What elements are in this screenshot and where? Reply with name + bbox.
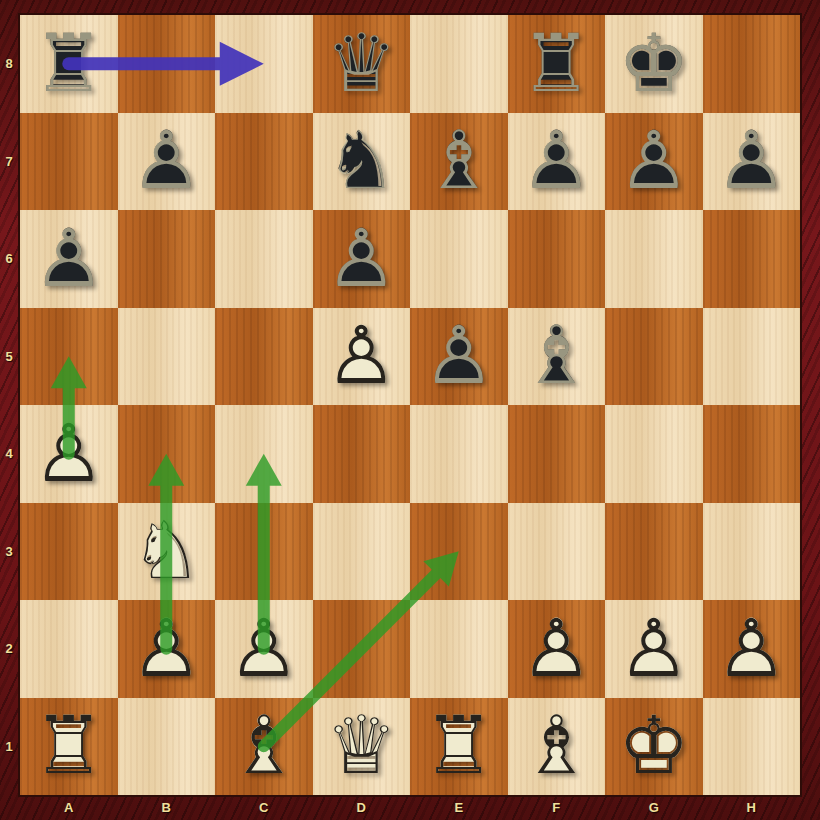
piece-black-queen[interactable]: ♛♕	[318, 21, 404, 107]
piece-white-bishop[interactable]: ♝♗	[513, 703, 599, 789]
piece-black-pawn[interactable]: ♟♙	[123, 118, 209, 204]
file-label-d: D	[313, 798, 411, 820]
piece-black-pawn[interactable]: ♟♙	[611, 118, 697, 204]
square-b3[interactable]: ♞♘	[118, 503, 216, 601]
square-b6[interactable]	[118, 210, 216, 308]
piece-glyph-outline: ♔	[611, 703, 697, 789]
square-g4[interactable]	[605, 405, 703, 503]
rank-label-5: 5	[0, 308, 18, 406]
square-f3[interactable]	[508, 503, 606, 601]
square-f2[interactable]: ♟♙	[508, 600, 606, 698]
chess-board[interactable]: ♜♖♛♕♜♖♚♔♟♙♞♘♝♗♟♙♟♙♟♙♟♙♟♙♟♙♟♙♝♗♟♙♞♘♟♙♟♙♟♙…	[18, 13, 802, 797]
square-c6[interactable]	[215, 210, 313, 308]
square-e5[interactable]: ♟♙	[410, 308, 508, 406]
square-h1[interactable]	[703, 698, 801, 796]
piece-white-pawn[interactable]: ♟♙	[123, 606, 209, 692]
square-c5[interactable]	[215, 308, 313, 406]
piece-white-bishop[interactable]: ♝♗	[221, 703, 307, 789]
rank-label-8: 8	[0, 15, 18, 113]
piece-glyph-outline: ♔	[611, 21, 697, 107]
square-b8[interactable]	[118, 15, 216, 113]
piece-glyph-outline: ♗	[513, 703, 599, 789]
piece-glyph-outline: ♙	[611, 606, 697, 692]
piece-black-rook[interactable]: ♜♖	[26, 21, 112, 107]
piece-glyph-outline: ♘	[123, 508, 209, 594]
rank-label-4: 4	[0, 405, 18, 503]
piece-black-pawn[interactable]: ♟♙	[513, 118, 599, 204]
square-f1[interactable]: ♝♗	[508, 698, 606, 796]
square-b2[interactable]: ♟♙	[118, 600, 216, 698]
square-e3[interactable]	[410, 503, 508, 601]
square-b5[interactable]	[118, 308, 216, 406]
rank-labels: 87654321	[0, 15, 18, 795]
piece-glyph-outline: ♙	[221, 606, 307, 692]
square-h8[interactable]	[703, 15, 801, 113]
piece-black-pawn[interactable]: ♟♙	[318, 216, 404, 302]
piece-white-pawn[interactable]: ♟♙	[318, 313, 404, 399]
square-a3[interactable]	[20, 503, 118, 601]
square-g7[interactable]: ♟♙	[605, 113, 703, 211]
square-f6[interactable]	[508, 210, 606, 308]
piece-glyph-outline: ♙	[26, 411, 112, 497]
file-label-g: G	[605, 798, 703, 820]
square-h7[interactable]: ♟♙	[703, 113, 801, 211]
piece-glyph-outline: ♙	[26, 216, 112, 302]
square-b7[interactable]: ♟♙	[118, 113, 216, 211]
square-c7[interactable]	[215, 113, 313, 211]
piece-glyph-outline: ♙	[416, 313, 502, 399]
square-f7[interactable]: ♟♙	[508, 113, 606, 211]
piece-glyph-outline: ♘	[318, 118, 404, 204]
piece-black-knight[interactable]: ♞♘	[318, 118, 404, 204]
piece-black-king[interactable]: ♚♔	[611, 21, 697, 107]
square-a2[interactable]	[20, 600, 118, 698]
square-f8[interactable]: ♜♖	[508, 15, 606, 113]
file-label-a: A	[20, 798, 118, 820]
square-d3[interactable]	[313, 503, 411, 601]
square-e4[interactable]	[410, 405, 508, 503]
square-h4[interactable]	[703, 405, 801, 503]
piece-black-pawn[interactable]: ♟♙	[26, 216, 112, 302]
square-e7[interactable]: ♝♗	[410, 113, 508, 211]
square-d2[interactable]	[313, 600, 411, 698]
piece-glyph-outline: ♗	[221, 703, 307, 789]
piece-white-pawn[interactable]: ♟♙	[26, 411, 112, 497]
rank-label-6: 6	[0, 210, 18, 308]
square-a7[interactable]	[20, 113, 118, 211]
piece-black-rook[interactable]: ♜♖	[513, 21, 599, 107]
square-c3[interactable]	[215, 503, 313, 601]
piece-white-knight[interactable]: ♞♘	[123, 508, 209, 594]
square-d7[interactable]: ♞♘	[313, 113, 411, 211]
rank-label-1: 1	[0, 698, 18, 796]
square-d6[interactable]: ♟♙	[313, 210, 411, 308]
square-g3[interactable]	[605, 503, 703, 601]
file-label-c: C	[215, 798, 313, 820]
piece-glyph-outline: ♙	[318, 313, 404, 399]
piece-black-bishop[interactable]: ♝♗	[416, 118, 502, 204]
file-label-f: F	[508, 798, 606, 820]
piece-black-bishop[interactable]: ♝♗	[513, 313, 599, 399]
square-b1[interactable]	[118, 698, 216, 796]
square-g8[interactable]: ♚♔	[605, 15, 703, 113]
piece-glyph-outline: ♙	[513, 118, 599, 204]
square-d4[interactable]	[313, 405, 411, 503]
piece-glyph-outline: ♙	[123, 606, 209, 692]
file-label-e: E	[410, 798, 508, 820]
piece-glyph-outline: ♖	[513, 21, 599, 107]
piece-glyph-outline: ♖	[26, 21, 112, 107]
square-f4[interactable]	[508, 405, 606, 503]
piece-white-pawn[interactable]: ♟♙	[611, 606, 697, 692]
square-g2[interactable]: ♟♙	[605, 600, 703, 698]
square-e1[interactable]: ♜♖	[410, 698, 508, 796]
file-labels: ABCDEFGH	[20, 798, 800, 820]
square-h5[interactable]	[703, 308, 801, 406]
file-label-h: H	[703, 798, 801, 820]
piece-glyph-outline: ♗	[513, 313, 599, 399]
piece-black-pawn[interactable]: ♟♙	[416, 313, 502, 399]
piece-white-queen[interactable]: ♛♕	[318, 703, 404, 789]
square-f5[interactable]: ♝♗	[508, 308, 606, 406]
square-a8[interactable]: ♜♖	[20, 15, 118, 113]
chess-board-frame: 87654321 ABCDEFGH ♜♖♛♕♜♖♚♔♟♙♞♘♝♗♟♙♟♙♟♙♟♙…	[0, 0, 820, 820]
rank-label-3: 3	[0, 503, 18, 601]
square-d1[interactable]: ♛♕	[313, 698, 411, 796]
square-h3[interactable]	[703, 503, 801, 601]
piece-glyph-outline: ♕	[318, 703, 404, 789]
piece-glyph-outline: ♖	[26, 703, 112, 789]
square-h6[interactable]	[703, 210, 801, 308]
square-c1[interactable]: ♝♗	[215, 698, 313, 796]
piece-white-pawn[interactable]: ♟♙	[513, 606, 599, 692]
square-h2[interactable]: ♟♙	[703, 600, 801, 698]
piece-white-rook[interactable]: ♜♖	[26, 703, 112, 789]
square-c2[interactable]: ♟♙	[215, 600, 313, 698]
piece-glyph-outline: ♖	[416, 703, 502, 789]
square-e6[interactable]	[410, 210, 508, 308]
square-e2[interactable]	[410, 600, 508, 698]
piece-glyph-outline: ♙	[513, 606, 599, 692]
piece-glyph-outline: ♙	[123, 118, 209, 204]
piece-glyph-outline: ♙	[318, 216, 404, 302]
piece-glyph-outline: ♙	[708, 606, 794, 692]
rank-label-7: 7	[0, 113, 18, 211]
piece-glyph-outline: ♗	[416, 118, 502, 204]
square-a6[interactable]: ♟♙	[20, 210, 118, 308]
piece-glyph-outline: ♙	[708, 118, 794, 204]
square-c4[interactable]	[215, 405, 313, 503]
file-label-b: B	[118, 798, 216, 820]
square-d5[interactable]: ♟♙	[313, 308, 411, 406]
piece-glyph-outline: ♙	[611, 118, 697, 204]
piece-glyph-outline: ♕	[318, 21, 404, 107]
piece-white-pawn[interactable]: ♟♙	[708, 606, 794, 692]
square-e8[interactable]	[410, 15, 508, 113]
square-g5[interactable]	[605, 308, 703, 406]
square-a1[interactable]: ♜♖	[20, 698, 118, 796]
square-c8[interactable]	[215, 15, 313, 113]
square-g1[interactable]: ♚♔	[605, 698, 703, 796]
piece-white-pawn[interactable]: ♟♙	[221, 606, 307, 692]
square-d8[interactable]: ♛♕	[313, 15, 411, 113]
piece-white-rook[interactable]: ♜♖	[416, 703, 502, 789]
square-a5[interactable]	[20, 308, 118, 406]
square-b4[interactable]	[118, 405, 216, 503]
square-g6[interactable]	[605, 210, 703, 308]
piece-black-pawn[interactable]: ♟♙	[708, 118, 794, 204]
rank-label-2: 2	[0, 600, 18, 698]
piece-white-king[interactable]: ♚♔	[611, 703, 697, 789]
square-a4[interactable]: ♟♙	[20, 405, 118, 503]
